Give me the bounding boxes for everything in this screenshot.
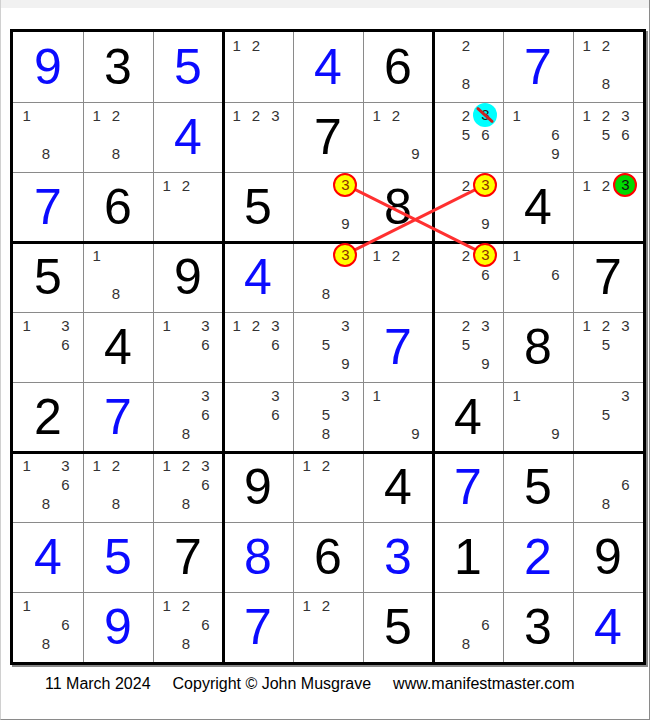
given-digit: 7 <box>153 522 223 592</box>
sudoku-cell[interactable]: 4 <box>363 452 433 522</box>
pencil-mark: 1 <box>22 596 30 613</box>
pencil-mark: 1 <box>582 36 590 53</box>
pencil-mark: 2 <box>182 176 190 193</box>
footer-copyright: Copyright © John Musgrave <box>173 675 372 693</box>
solved-digit: 7 <box>433 452 503 522</box>
sudoku-cell[interactable]: 7 <box>83 382 153 452</box>
pencil-mark: 1 <box>92 246 100 263</box>
sudoku-cell[interactable]: 5 <box>13 242 83 312</box>
pencil-mark: 2 <box>252 36 260 53</box>
pencil-mark: 2 <box>602 316 610 333</box>
solved-digit: 7 <box>503 32 573 102</box>
given-digit: 6 <box>363 32 433 102</box>
pencil-mark: 3 <box>481 316 489 333</box>
given-digit: 5 <box>13 242 83 312</box>
sudoku-cell[interactable]: 4 <box>573 592 643 662</box>
pencil-mark: 8 <box>322 425 330 442</box>
sudoku-app-window: 9351246287128181284123712923561691235676… <box>0 0 650 720</box>
solved-digit: 7 <box>223 592 293 662</box>
sudoku-cell[interactable]: 9 <box>153 242 223 312</box>
cell-grid-line <box>83 32 84 662</box>
pencil-mark: 2 <box>462 176 470 193</box>
sudoku-cell[interactable]: 19 <box>363 382 433 452</box>
sudoku-cell[interactable]: 28 <box>433 32 503 102</box>
sudoku-cell[interactable]: 5 <box>363 592 433 662</box>
pencil-mark: 6 <box>621 126 629 143</box>
sudoku-cell[interactable]: 7 <box>223 592 293 662</box>
pencil-mark: 2 <box>602 36 610 53</box>
pencil-mark: 5 <box>602 336 610 353</box>
given-digit: 7 <box>293 102 363 172</box>
pencil-mark: 8 <box>112 145 120 162</box>
pencil-mark: 1 <box>22 456 30 473</box>
pencil-mark: 2 <box>462 106 470 123</box>
given-digit: 2 <box>13 382 83 452</box>
sudoku-cell[interactable]: 3 <box>83 32 153 102</box>
solved-digit: 4 <box>13 522 83 592</box>
cell-grid-line <box>363 32 364 662</box>
pencil-mark: 9 <box>341 215 349 232</box>
given-digit: 1 <box>433 522 503 592</box>
pencil-mark: 2 <box>252 106 260 123</box>
pencil-mark: 9 <box>411 145 419 162</box>
sudoku-cell[interactable]: 5 <box>153 32 223 102</box>
given-digit: 9 <box>223 452 293 522</box>
pencil-mark: 8 <box>42 635 50 652</box>
sudoku-cell[interactable]: 5 <box>503 452 573 522</box>
pencil-mark: 1 <box>22 316 30 333</box>
eliminated-candidate: 3 <box>473 103 497 127</box>
given-digit: 5 <box>223 172 293 242</box>
pencil-mark: 3 <box>201 316 209 333</box>
pencil-mark: 8 <box>462 75 470 92</box>
sudoku-cell[interactable]: 7 <box>13 172 83 242</box>
sudoku-cell[interactable]: 12 <box>293 452 363 522</box>
pencil-mark: 9 <box>551 425 559 442</box>
pencil-mark: 1 <box>232 106 240 123</box>
chain-node-candidate: 3 <box>473 173 497 197</box>
sudoku-cell[interactable]: 2356 <box>433 102 503 172</box>
solved-digit: 4 <box>223 242 293 312</box>
pencil-mark: 1 <box>512 386 520 403</box>
cell-grid-line <box>13 382 643 383</box>
pencil-mark: 9 <box>481 355 489 372</box>
sudoku-cell[interactable]: 2 <box>13 382 83 452</box>
sudoku-cell[interactable]: 7 <box>153 522 223 592</box>
pencil-mark: 6 <box>61 616 69 633</box>
sudoku-cell[interactable]: 1235 <box>573 312 643 382</box>
sudoku-cell[interactable]: 4 <box>293 32 363 102</box>
pencil-mark: 8 <box>322 285 330 302</box>
sudoku-cell[interactable]: 12 <box>223 32 293 102</box>
pencil-mark: 8 <box>42 495 50 512</box>
given-digit: 9 <box>153 242 223 312</box>
given-digit: 4 <box>433 382 503 452</box>
sudoku-cell[interactable]: 2359 <box>433 312 503 382</box>
pencil-mark: 8 <box>462 635 470 652</box>
sudoku-cell[interactable]: 12 <box>363 242 433 312</box>
sudoku-cell[interactable]: 368 <box>153 382 223 452</box>
sudoku-cell[interactable]: 1268 <box>153 592 223 662</box>
sudoku-cell[interactable]: 12368 <box>153 452 223 522</box>
given-digit: 6 <box>83 172 153 242</box>
given-digit: 8 <box>363 172 433 242</box>
pencil-mark: 9 <box>551 145 559 162</box>
sudoku-cell[interactable]: 12 <box>153 172 223 242</box>
pencil-mark: 3 <box>201 386 209 403</box>
solved-digit: 7 <box>13 172 83 242</box>
sudoku-cell[interactable]: 6 <box>293 522 363 592</box>
pencil-mark: 6 <box>201 476 209 493</box>
solved-digit: 7 <box>83 382 153 452</box>
pencil-mark: 1 <box>92 106 100 123</box>
pencil-mark: 6 <box>481 616 489 633</box>
pencil-mark: 6 <box>271 336 279 353</box>
pencil-mark: 8 <box>182 635 190 652</box>
pencil-mark: 5 <box>322 336 330 353</box>
sudoku-cell[interactable]: 3 <box>503 592 573 662</box>
pencil-mark: 3 <box>271 386 279 403</box>
sudoku-cell[interactable]: 16 <box>503 242 573 312</box>
pencil-mark: 3 <box>621 386 629 403</box>
pencil-mark: 6 <box>621 476 629 493</box>
pencil-mark: 6 <box>481 126 489 143</box>
pencil-mark: 8 <box>112 285 120 302</box>
pencil-mark: 8 <box>602 495 610 512</box>
pencil-mark: 1 <box>372 246 380 263</box>
sudoku-cell[interactable]: 4 <box>223 242 293 312</box>
pencil-mark: 1 <box>22 106 30 123</box>
solved-digit: 4 <box>153 102 223 172</box>
sudoku-cell[interactable]: 4 <box>503 172 573 242</box>
box-grid-line <box>432 32 435 662</box>
sudoku-cell[interactable]: 1 <box>433 522 503 592</box>
chain-node-candidate: 3 <box>333 173 357 197</box>
pencil-mark: 5 <box>602 406 610 423</box>
pencil-mark: 5 <box>462 336 470 353</box>
sudoku-cell[interactable]: 236 <box>433 242 503 312</box>
window-top-edge <box>1 0 649 8</box>
pencil-mark: 1 <box>582 176 590 193</box>
sudoku-cell[interactable]: 239 <box>433 172 503 242</box>
cell-grid-line <box>293 32 294 662</box>
sudoku-cell[interactable]: 7 <box>433 452 503 522</box>
sudoku-cell[interactable]: 168 <box>13 592 83 662</box>
sudoku-cell[interactable]: 7 <box>363 312 433 382</box>
sudoku-cell[interactable]: 8 <box>223 522 293 592</box>
cell-grid-line <box>153 32 154 662</box>
pencil-mark: 2 <box>462 36 470 53</box>
sudoku-cell[interactable]: 128 <box>83 102 153 172</box>
pencil-mark: 2 <box>182 596 190 613</box>
pencil-mark: 5 <box>602 126 610 143</box>
pencil-mark: 2 <box>602 106 610 123</box>
pencil-mark: 1 <box>372 386 380 403</box>
sudoku-cell[interactable]: 12 <box>293 592 363 662</box>
pencil-mark: 8 <box>42 145 50 162</box>
sudoku-cell[interactable]: 36 <box>223 382 293 452</box>
solved-digit: 8 <box>223 522 293 592</box>
pencil-mark: 6 <box>201 336 209 353</box>
given-digit: 5 <box>363 592 433 662</box>
sudoku-cell[interactable]: 136 <box>153 312 223 382</box>
box-grid-line <box>13 451 643 454</box>
pencil-mark: 5 <box>462 126 470 143</box>
pencil-mark: 2 <box>182 456 190 473</box>
sudoku-cell[interactable]: 359 <box>293 312 363 382</box>
sudoku-cell[interactable]: 128 <box>573 32 643 102</box>
pencil-mark: 1 <box>162 316 170 333</box>
pencil-mark: 1 <box>162 176 170 193</box>
sudoku-cell[interactable]: 1236 <box>223 312 293 382</box>
pencil-mark: 6 <box>481 266 489 283</box>
sudoku-cell[interactable]: 169 <box>503 102 573 172</box>
cell-grid-line <box>13 592 643 593</box>
pencil-mark: 3 <box>341 316 349 333</box>
pencil-mark: 2 <box>322 456 330 473</box>
sudoku-cell[interactable]: 136 <box>13 312 83 382</box>
pencil-mark: 3 <box>201 456 209 473</box>
pencil-mark: 3 <box>271 316 279 333</box>
sudoku-cell[interactable]: 123 <box>223 102 293 172</box>
given-digit: 4 <box>363 452 433 522</box>
pencil-mark: 9 <box>481 215 489 232</box>
cell-grid-line <box>13 102 643 103</box>
box-grid-line <box>13 241 643 244</box>
given-digit: 9 <box>573 522 643 592</box>
pencil-mark: 1 <box>582 106 590 123</box>
pencil-mark: 5 <box>322 406 330 423</box>
pencil-mark: 6 <box>271 406 279 423</box>
sudoku-cell[interactable]: 7 <box>573 242 643 312</box>
sudoku-cell[interactable]: 9 <box>13 32 83 102</box>
pencil-mark: 2 <box>322 596 330 613</box>
pencil-mark: 1 <box>512 106 520 123</box>
sudoku-cell[interactable]: 5 <box>223 172 293 242</box>
pencil-mark: 3 <box>341 386 349 403</box>
sudoku-cell[interactable]: 5 <box>83 522 153 592</box>
pencil-mark: 2 <box>392 106 400 123</box>
sudoku-board: 9351246287128181284123712923561691235676… <box>10 29 646 665</box>
sudoku-cell[interactable]: 4 <box>153 102 223 172</box>
pencil-mark: 1 <box>372 106 380 123</box>
sudoku-cell[interactable]: 123 <box>573 172 643 242</box>
pencil-mark: 3 <box>621 106 629 123</box>
sudoku-cell[interactable]: 9 <box>83 592 153 662</box>
pencil-mark: 2 <box>112 106 120 123</box>
sudoku-cell[interactable]: 4 <box>83 312 153 382</box>
pencil-mark: 1 <box>232 316 240 333</box>
pencil-mark: 6 <box>61 336 69 353</box>
pencil-mark: 9 <box>411 425 419 442</box>
pencil-mark: 2 <box>462 246 470 263</box>
given-digit: 4 <box>503 172 573 242</box>
pencil-mark: 6 <box>61 476 69 493</box>
sudoku-cell[interactable]: 9 <box>573 522 643 592</box>
sudoku-cell[interactable]: 18 <box>83 242 153 312</box>
solved-digit: 7 <box>363 312 433 382</box>
given-digit: 7 <box>573 242 643 312</box>
box-grid-line <box>222 32 225 662</box>
sudoku-cell[interactable]: 12356 <box>573 102 643 172</box>
footer-url: www.manifestmaster.com <box>393 675 574 693</box>
solved-digit: 9 <box>83 592 153 662</box>
pencil-mark: 6 <box>551 126 559 143</box>
sudoku-cell[interactable]: 2 <box>503 522 573 592</box>
footer-date: 11 March 2024 <box>45 675 151 693</box>
solved-digit: 3 <box>363 522 433 592</box>
pencil-mark: 1 <box>512 246 520 263</box>
sudoku-cell[interactable]: 4 <box>13 522 83 592</box>
pencil-mark: 8 <box>602 75 610 92</box>
sudoku-cell[interactable]: 68 <box>433 592 503 662</box>
pencil-mark: 1 <box>162 456 170 473</box>
sudoku-cell[interactable]: 68 <box>573 452 643 522</box>
pencil-mark: 2 <box>392 246 400 263</box>
pencil-mark: 8 <box>182 495 190 512</box>
sudoku-cell[interactable]: 129 <box>363 102 433 172</box>
sudoku-cell[interactable]: 7 <box>293 102 363 172</box>
sudoku-cell[interactable]: 6 <box>83 172 153 242</box>
cell-grid-line <box>573 32 574 662</box>
chain-node-candidate: 3 <box>473 243 497 267</box>
pencil-mark: 9 <box>341 355 349 372</box>
cell-grid-line <box>503 32 504 662</box>
sudoku-cell[interactable]: 9 <box>223 452 293 522</box>
sudoku-cell[interactable]: 19 <box>503 382 573 452</box>
solved-digit: 4 <box>573 592 643 662</box>
pencil-mark: 3 <box>61 316 69 333</box>
sudoku-cell[interactable]: 4 <box>433 382 503 452</box>
pencil-mark: 6 <box>551 266 559 283</box>
sudoku-cell[interactable]: 128 <box>83 452 153 522</box>
given-digit: 5 <box>503 452 573 522</box>
pencil-mark: 8 <box>112 495 120 512</box>
pencil-mark: 3 <box>621 316 629 333</box>
sudoku-cell[interactable]: 7 <box>503 32 573 102</box>
sudoku-cell[interactable]: 39 <box>293 172 363 242</box>
sudoku-cell[interactable]: 35 <box>573 382 643 452</box>
sudoku-cell[interactable]: 3 <box>363 522 433 592</box>
solved-digit: 2 <box>503 522 573 592</box>
pencil-mark: 1 <box>162 596 170 613</box>
cell-grid-line <box>13 312 643 313</box>
sudoku-cell[interactable]: 1368 <box>13 452 83 522</box>
pencil-mark: 1 <box>232 36 240 53</box>
cell-grid-line <box>13 522 643 523</box>
pencil-mark: 2 <box>462 316 470 333</box>
pencil-mark: 3 <box>271 106 279 123</box>
placement-candidate: 3 <box>613 173 637 197</box>
sudoku-cell[interactable]: 8 <box>503 312 573 382</box>
given-digit: 4 <box>83 312 153 382</box>
pencil-mark: 2 <box>602 176 610 193</box>
elimination-strike-icon <box>476 106 494 123</box>
sudoku-cell[interactable]: 8 <box>363 172 433 242</box>
cell-grid-line <box>13 172 643 173</box>
given-digit: 6 <box>293 522 363 592</box>
pencil-mark: 2 <box>252 316 260 333</box>
solved-digit: 4 <box>293 32 363 102</box>
pencil-mark: 1 <box>302 456 310 473</box>
pencil-mark: 2 <box>112 456 120 473</box>
solved-digit: 9 <box>13 32 83 102</box>
pencil-mark: 3 <box>61 456 69 473</box>
sudoku-cell[interactable]: 38 <box>293 242 363 312</box>
pencil-mark: 6 <box>201 406 209 423</box>
sudoku-cell[interactable]: 6 <box>363 32 433 102</box>
given-digit: 3 <box>83 32 153 102</box>
pencil-mark: 6 <box>201 616 209 633</box>
pencil-mark: 1 <box>92 456 100 473</box>
pencil-mark: 1 <box>582 316 590 333</box>
given-digit: 8 <box>503 312 573 382</box>
sudoku-cell[interactable]: 18 <box>13 102 83 172</box>
pencil-mark: 1 <box>302 596 310 613</box>
given-digit: 3 <box>503 592 573 662</box>
solved-digit: 5 <box>153 32 223 102</box>
footer: 11 March 2024 Copyright © John Musgrave … <box>45 672 574 696</box>
solved-digit: 5 <box>83 522 153 592</box>
chain-node-candidate: 3 <box>333 243 357 267</box>
pencil-mark: 8 <box>182 425 190 442</box>
sudoku-cell[interactable]: 358 <box>293 382 363 452</box>
